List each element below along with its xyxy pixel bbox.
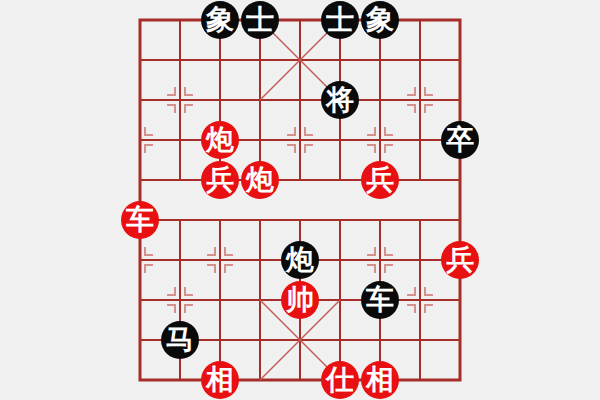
- black-advisor[interactable]: 士: [241, 1, 279, 39]
- red-advisor[interactable]: 仕: [321, 361, 359, 399]
- red-pawn[interactable]: 兵: [361, 161, 399, 199]
- black-elephant[interactable]: 象: [201, 1, 239, 39]
- red-cannon[interactable]: 炮: [241, 161, 279, 199]
- red-chariot[interactable]: 车: [121, 201, 159, 239]
- black-chariot[interactable]: 车: [361, 281, 399, 319]
- red-pawn[interactable]: 兵: [441, 241, 479, 279]
- pieces-layer: 象士士象将卒炮车马炮兵炮兵车兵帅相仕相: [0, 0, 600, 400]
- black-cannon[interactable]: 炮: [281, 241, 319, 279]
- red-cannon[interactable]: 炮: [201, 121, 239, 159]
- red-king[interactable]: 帅: [281, 281, 319, 319]
- black-king[interactable]: 将: [321, 81, 359, 119]
- red-pawn[interactable]: 兵: [201, 161, 239, 199]
- black-pawn[interactable]: 卒: [441, 121, 479, 159]
- xiangqi-app: 象士士象将卒炮车马炮兵炮兵车兵帅相仕相: [0, 0, 600, 400]
- red-elephant[interactable]: 相: [361, 361, 399, 399]
- black-horse[interactable]: 马: [161, 321, 199, 359]
- black-advisor[interactable]: 士: [321, 1, 359, 39]
- red-elephant[interactable]: 相: [201, 361, 239, 399]
- black-elephant[interactable]: 象: [361, 1, 399, 39]
